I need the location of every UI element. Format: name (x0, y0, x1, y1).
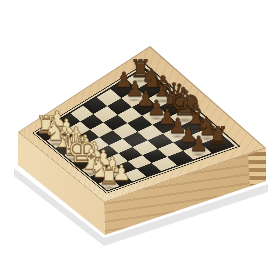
pieces-layer: ♜♞♝♛♚♝♞♜♟♟♟♟♟♟♟♟♟♟♟♟♟♟♟♟♜♞♝♛♚♝♞♜ (0, 0, 280, 280)
piece-white-rook-h1: ♜ (98, 164, 120, 188)
piece-black-rook-h8: ♜ (207, 124, 229, 148)
product-photo: ♜♞♝♛♚♝♞♜♟♟♟♟♟♟♟♟♟♟♟♟♟♟♟♟♜♞♝♛♚♝♞♜ (0, 0, 280, 280)
piece-black-pawn-h7: ♟ (189, 133, 208, 154)
